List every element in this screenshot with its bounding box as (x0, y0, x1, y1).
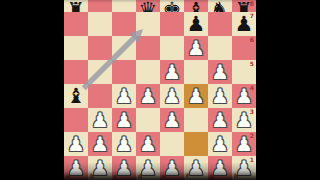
piece-white-pawn: ♟ (232, 84, 256, 108)
piece-white-pawn: ♟ (88, 156, 112, 180)
piece-white-pawn: ♟ (160, 156, 184, 180)
piece-white-pawn: ♟ (88, 132, 112, 156)
piece-black-bishop: ♝ (64, 84, 88, 108)
piece-white-pawn: ♟ (208, 132, 232, 156)
square-f4[interactable]: ♟ (184, 84, 208, 108)
square-c6[interactable] (112, 36, 136, 60)
square-b4[interactable] (88, 84, 112, 108)
square-d6[interactable] (136, 36, 160, 60)
square-h7[interactable]: ♟ (232, 12, 256, 36)
square-e2[interactable] (160, 132, 184, 156)
square-b3[interactable]: ♟ (88, 108, 112, 132)
square-c4[interactable]: ♟ (112, 84, 136, 108)
square-e4[interactable]: ♟ (160, 84, 184, 108)
letterbox-left (0, 0, 64, 180)
square-b7[interactable] (88, 12, 112, 36)
square-h6[interactable] (232, 36, 256, 60)
square-f7[interactable]: ♟ (184, 12, 208, 36)
square-e7[interactable] (160, 12, 184, 36)
square-b2[interactable]: ♟ (88, 132, 112, 156)
square-d2[interactable]: ♟ (136, 132, 160, 156)
piece-white-pawn: ♟ (112, 132, 136, 156)
square-e6[interactable] (160, 36, 184, 60)
square-d3[interactable] (136, 108, 160, 132)
square-d1[interactable]: ♟ (136, 156, 160, 180)
square-a2[interactable]: ♟ (64, 132, 88, 156)
square-g3[interactable]: ♟ (208, 108, 232, 132)
piece-white-pawn: ♟ (64, 132, 88, 156)
square-a1[interactable]: ♟ (64, 156, 88, 180)
square-d4[interactable]: ♟ (136, 84, 160, 108)
piece-white-pawn: ♟ (208, 156, 232, 180)
piece-white-pawn: ♟ (208, 108, 232, 132)
letterbox-right (256, 0, 320, 180)
square-h2[interactable]: ♟ (232, 132, 256, 156)
square-d7[interactable] (136, 12, 160, 36)
square-g4[interactable]: ♟ (208, 84, 232, 108)
square-b8[interactable] (88, 0, 112, 12)
square-c3[interactable]: ♟ (112, 108, 136, 132)
square-e8[interactable]: ♚ (160, 0, 184, 12)
piece-white-pawn: ♟ (160, 60, 184, 84)
square-a7[interactable] (64, 12, 88, 36)
square-b6[interactable] (88, 36, 112, 60)
square-g7[interactable] (208, 12, 232, 36)
piece-white-pawn: ♟ (232, 156, 256, 180)
square-c7[interactable] (112, 12, 136, 36)
square-h8[interactable]: ♜ (232, 0, 256, 12)
piece-white-pawn: ♟ (112, 84, 136, 108)
piece-white-pawn: ♟ (184, 84, 208, 108)
square-g2[interactable]: ♟ (208, 132, 232, 156)
piece-white-pawn: ♟ (184, 36, 208, 60)
piece-white-pawn: ♟ (160, 108, 184, 132)
square-a4[interactable]: ♝ (64, 84, 88, 108)
square-f5[interactable] (184, 60, 208, 84)
square-c2[interactable]: ♟ (112, 132, 136, 156)
piece-black-pawn: ♟ (232, 12, 256, 36)
piece-white-pawn: ♟ (208, 60, 232, 84)
piece-white-pawn: ♟ (184, 156, 208, 180)
square-c8[interactable] (112, 0, 136, 12)
square-h1[interactable]: ♟ (232, 156, 256, 180)
square-f6[interactable]: ♟ (184, 36, 208, 60)
square-h4[interactable]: ♟ (232, 84, 256, 108)
piece-white-pawn: ♟ (208, 84, 232, 108)
square-f8[interactable]: ♝ (184, 0, 208, 12)
piece-white-pawn: ♟ (160, 84, 184, 108)
square-g1[interactable]: ♟ (208, 156, 232, 180)
square-h3[interactable]: ♟ (232, 108, 256, 132)
square-a5[interactable] (64, 60, 88, 84)
square-f2[interactable] (184, 132, 208, 156)
square-g5[interactable]: ♟ (208, 60, 232, 84)
square-b1[interactable]: ♟ (88, 156, 112, 180)
piece-white-pawn: ♟ (232, 108, 256, 132)
piece-white-pawn: ♟ (136, 84, 160, 108)
square-g6[interactable] (208, 36, 232, 60)
square-g8[interactable]: ♞ (208, 0, 232, 12)
square-b5[interactable] (88, 60, 112, 84)
square-e3[interactable]: ♟ (160, 108, 184, 132)
piece-white-pawn: ♟ (64, 156, 88, 180)
square-a8[interactable]: ♜ (64, 0, 88, 12)
piece-white-pawn: ♟ (112, 156, 136, 180)
piece-white-pawn: ♟ (112, 108, 136, 132)
square-d5[interactable] (136, 60, 160, 84)
video-frame: ♜♛♚♝♞♜♟♟♟♟♟♝♟♟♟♟♟♟♟♟♟♟♟♟♟♟♟♟♟♟♟♟♟♟♟♟♟876… (0, 0, 320, 180)
chessboard[interactable]: ♜♛♚♝♞♜♟♟♟♟♟♝♟♟♟♟♟♟♟♟♟♟♟♟♟♟♟♟♟♟♟♟♟♟♟♟♟876… (64, 0, 256, 180)
square-e5[interactable]: ♟ (160, 60, 184, 84)
square-c1[interactable]: ♟ (112, 156, 136, 180)
square-h5[interactable] (232, 60, 256, 84)
piece-white-pawn: ♟ (136, 156, 160, 180)
square-c5[interactable] (112, 60, 136, 84)
piece-black-pawn: ♟ (184, 12, 208, 36)
square-a6[interactable] (64, 36, 88, 60)
square-d8[interactable]: ♛ (136, 0, 160, 12)
piece-white-pawn: ♟ (232, 132, 256, 156)
square-f3[interactable] (184, 108, 208, 132)
square-f1[interactable]: ♟ (184, 156, 208, 180)
square-e1[interactable]: ♟ (160, 156, 184, 180)
square-a3[interactable] (64, 108, 88, 132)
piece-white-pawn: ♟ (88, 108, 112, 132)
piece-white-pawn: ♟ (136, 132, 160, 156)
